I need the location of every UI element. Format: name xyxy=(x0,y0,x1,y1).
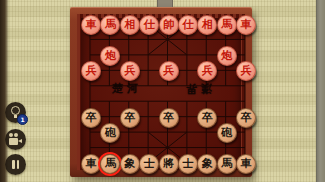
black-piece-士[interactable]: 士 xyxy=(139,154,159,174)
red-piece-相[interactable]: 相 xyxy=(120,15,140,35)
hint-button[interactable]: 1 xyxy=(5,102,26,123)
xiangqi-board[interactable]: 楚河 漢界 車馬相仕帥仕相馬車炮炮兵兵兵兵兵卒卒卒卒卒砲砲車馬象士將士象馬車 xyxy=(70,7,252,177)
red-piece-馬[interactable]: 馬 xyxy=(217,15,237,35)
pause-icon xyxy=(12,160,15,169)
red-piece-兵[interactable]: 兵 xyxy=(197,61,217,81)
red-piece-兵[interactable]: 兵 xyxy=(236,61,256,81)
pause-icon-bar xyxy=(17,160,20,169)
black-piece-車[interactable]: 車 xyxy=(81,154,101,174)
black-piece-砲[interactable]: 砲 xyxy=(100,123,120,143)
red-piece-仕[interactable]: 仕 xyxy=(178,15,198,35)
movie-camera-icon xyxy=(9,133,13,137)
black-piece-卒[interactable]: 卒 xyxy=(81,108,101,128)
game-scene: 楚河 漢界 車馬相仕帥仕相馬車炮炮兵兵兵兵兵卒卒卒卒卒砲砲車馬象士將士象馬車 1 xyxy=(0,0,325,182)
pieces-layer: 車馬相仕帥仕相馬車炮炮兵兵兵兵兵卒卒卒卒卒砲砲車馬象士將士象馬車 xyxy=(70,7,252,177)
black-piece-將[interactable]: 將 xyxy=(159,154,179,174)
red-piece-炮[interactable]: 炮 xyxy=(217,46,237,66)
black-piece-卒[interactable]: 卒 xyxy=(159,108,179,128)
red-piece-相[interactable]: 相 xyxy=(197,15,217,35)
movie-camera-reel-icon xyxy=(14,133,18,137)
lightbulb-icon xyxy=(11,106,20,115)
pause-button[interactable] xyxy=(5,154,26,175)
red-piece-兵[interactable]: 兵 xyxy=(120,61,140,81)
red-piece-仕[interactable]: 仕 xyxy=(139,15,159,35)
black-piece-砲[interactable]: 砲 xyxy=(217,123,237,143)
red-piece-帥[interactable]: 帥 xyxy=(159,15,179,35)
black-piece-車[interactable]: 車 xyxy=(236,154,256,174)
red-piece-炮[interactable]: 炮 xyxy=(100,46,120,66)
black-piece-士[interactable]: 士 xyxy=(178,154,198,174)
movie-camera-lens-icon xyxy=(18,139,22,143)
red-piece-兵[interactable]: 兵 xyxy=(81,61,101,81)
red-piece-馬[interactable]: 馬 xyxy=(100,15,120,35)
right-wall-band xyxy=(316,0,325,182)
red-piece-車[interactable]: 車 xyxy=(236,15,256,35)
hint-count-badge: 1 xyxy=(17,114,28,125)
movie-camera-body-icon xyxy=(9,138,18,145)
red-piece-兵[interactable]: 兵 xyxy=(159,61,179,81)
black-piece-象[interactable]: 象 xyxy=(197,154,217,174)
black-piece-卒[interactable]: 卒 xyxy=(120,108,140,128)
black-piece-馬[interactable]: 馬 xyxy=(217,154,237,174)
red-piece-車[interactable]: 車 xyxy=(81,15,101,35)
selected-black-piece-馬[interactable]: 馬 xyxy=(100,154,120,174)
black-piece-卒[interactable]: 卒 xyxy=(197,108,217,128)
black-piece-卒[interactable]: 卒 xyxy=(236,108,256,128)
left-shadow-band xyxy=(0,0,9,182)
camera-button[interactable] xyxy=(5,129,26,150)
black-piece-象[interactable]: 象 xyxy=(120,154,140,174)
